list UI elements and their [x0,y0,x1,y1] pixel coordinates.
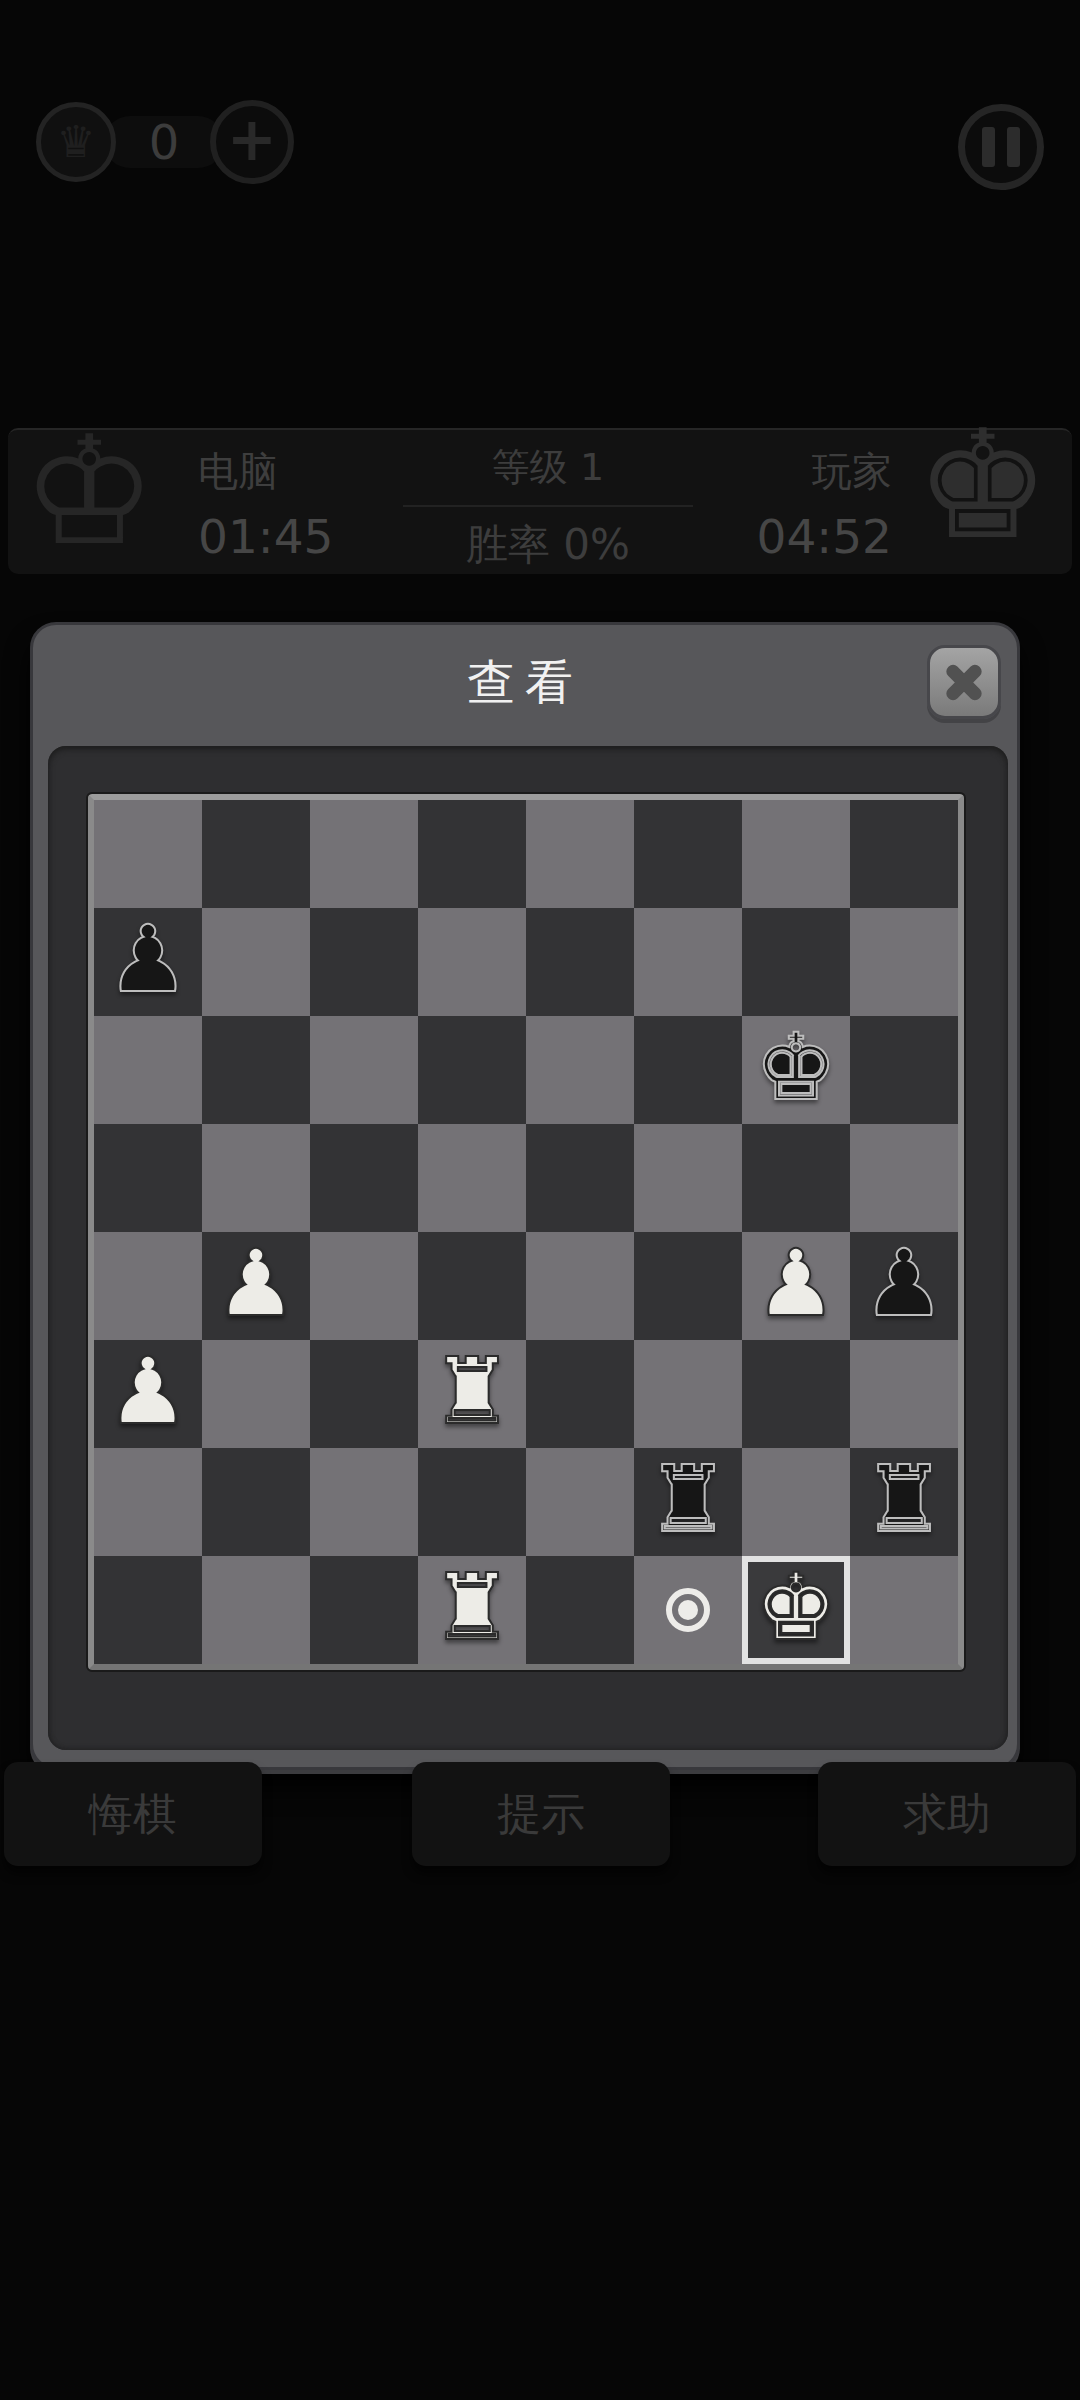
win-rate-label: 胜率 0% [398,517,698,573]
add-coins-button[interactable]: + [210,100,294,184]
square-g8[interactable] [742,800,850,908]
square-a6[interactable] [94,1016,202,1124]
undo-label: 悔棋 [89,1785,177,1844]
white-pawn: ♟ [94,1340,202,1448]
move-indicator-dot [666,1588,710,1632]
square-f4[interactable] [634,1232,742,1340]
pause-button[interactable] [958,104,1044,190]
square-h5[interactable] [850,1124,958,1232]
coin-balance-badge: ♛ [36,102,116,182]
square-e7[interactable] [526,908,634,1016]
level-label: 等级 1 [398,442,698,493]
square-b4[interactable]: ♟ [202,1232,310,1340]
view-dialog: 查看 ♟♚♟♟♟♟♜♜♜♜♚ [30,622,1020,1770]
square-a4[interactable] [94,1232,202,1340]
square-d4[interactable] [418,1232,526,1340]
square-f2[interactable]: ♜ [634,1448,742,1556]
white-pawn: ♟ [742,1232,850,1340]
white-rook: ♜ [418,1556,526,1664]
black-pawn: ♟ [94,908,202,1016]
square-f3[interactable] [634,1340,742,1448]
square-a3[interactable]: ♟ [94,1340,202,1448]
divider [403,505,693,507]
square-d1[interactable]: ♜ [418,1556,526,1664]
square-d8[interactable] [418,800,526,908]
square-f6[interactable] [634,1016,742,1124]
close-x-icon [941,659,987,705]
help-label: 求助 [903,1785,991,1844]
black-king-outline-icon: ♔ [22,406,156,576]
square-g2[interactable] [742,1448,850,1556]
app-screen: ♛ 0 + ♔ 电脑 01:45 等级 1 胜率 0% 玩家 04:52 ♚ 查… [0,0,1080,2400]
square-g6[interactable]: ♚ [742,1016,850,1124]
square-h8[interactable] [850,800,958,908]
square-c8[interactable] [310,800,418,908]
undo-button[interactable]: 悔棋 [4,1762,262,1866]
square-d5[interactable] [418,1124,526,1232]
coin-count-pill: 0 [104,116,224,168]
square-c6[interactable] [310,1016,418,1124]
square-g5[interactable] [742,1124,850,1232]
square-b6[interactable] [202,1016,310,1124]
square-a5[interactable] [94,1124,202,1232]
square-a7[interactable]: ♟ [94,908,202,1016]
square-e1[interactable] [526,1556,634,1664]
square-b2[interactable] [202,1448,310,1556]
coin-bar: ♛ 0 + [36,100,294,184]
board-frame: ♟♚♟♟♟♟♜♜♜♜♚ [88,794,964,1670]
square-b8[interactable] [202,800,310,908]
chess-board: ♟♚♟♟♟♟♜♜♜♜♚ [94,800,958,1664]
square-g1[interactable]: ♚ [742,1556,850,1664]
square-e5[interactable] [526,1124,634,1232]
square-f8[interactable] [634,800,742,908]
square-f7[interactable] [634,908,742,1016]
player-info-panel: ♔ 电脑 01:45 等级 1 胜率 0% 玩家 04:52 ♚ [8,428,1072,574]
square-c5[interactable] [310,1124,418,1232]
square-b7[interactable] [202,908,310,1016]
square-a1[interactable] [94,1556,202,1664]
square-g7[interactable] [742,908,850,1016]
hint-label: 提示 [497,1785,585,1844]
computer-name-label: 电脑 [198,444,418,499]
white-rook: ♜ [418,1340,526,1448]
black-rook: ♜ [634,1448,742,1556]
square-c2[interactable] [310,1448,418,1556]
square-b1[interactable] [202,1556,310,1664]
square-e8[interactable] [526,800,634,908]
square-h4[interactable]: ♟ [850,1232,958,1340]
square-f1[interactable] [634,1556,742,1664]
square-h7[interactable] [850,908,958,1016]
square-d6[interactable] [418,1016,526,1124]
square-c4[interactable] [310,1232,418,1340]
square-d3[interactable]: ♜ [418,1340,526,1448]
square-d2[interactable] [418,1448,526,1556]
square-a2[interactable] [94,1448,202,1556]
queen-crown-coin-icon: ♛ [56,120,95,164]
board-panel: ♟♚♟♟♟♟♜♜♜♜♚ [48,746,1008,1750]
square-h6[interactable] [850,1016,958,1124]
square-d7[interactable] [418,908,526,1016]
square-h3[interactable] [850,1340,958,1448]
plus-icon: + [227,109,277,169]
square-h2[interactable]: ♜ [850,1448,958,1556]
square-f5[interactable] [634,1124,742,1232]
hint-button[interactable]: 提示 [412,1762,670,1866]
square-a8[interactable] [94,800,202,908]
white-king: ♚ [742,1556,850,1664]
square-b3[interactable] [202,1340,310,1448]
square-b5[interactable] [202,1124,310,1232]
square-c7[interactable] [310,908,418,1016]
square-e3[interactable] [526,1340,634,1448]
black-king: ♚ [742,1016,850,1124]
square-g3[interactable] [742,1340,850,1448]
pause-icon [982,127,995,167]
square-c1[interactable] [310,1556,418,1664]
help-button[interactable]: 求助 [818,1762,1076,1866]
black-king-solid-icon: ♚ [916,400,1050,570]
player-name-label: 玩家 [672,444,892,499]
black-rook: ♜ [850,1448,958,1556]
dialog-title: 查看 [33,651,1017,715]
square-c3[interactable] [310,1340,418,1448]
square-e4[interactable] [526,1232,634,1340]
square-e6[interactable] [526,1016,634,1124]
computer-clock: 01:45 [198,509,418,564]
player-clock: 04:52 [672,509,892,564]
white-pawn: ♟ [202,1232,310,1340]
close-button[interactable] [927,645,1001,719]
coin-count: 0 [149,114,180,170]
square-g4[interactable]: ♟ [742,1232,850,1340]
square-e2[interactable] [526,1448,634,1556]
square-h1[interactable] [850,1556,958,1664]
black-pawn: ♟ [850,1232,958,1340]
